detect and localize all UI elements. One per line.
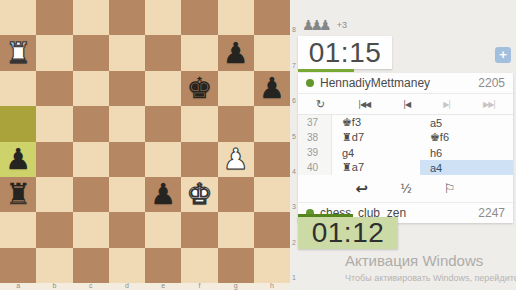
file-label-f: f [181,282,217,290]
square-a5[interactable] [0,106,36,141]
top-player-row[interactable]: HennadiyMettmaney 2205 [298,73,513,94]
black-pawn[interactable]: ♟ [223,39,249,68]
square-h1[interactable] [254,248,290,283]
move-number: 38 [298,130,332,145]
square-g6[interactable] [218,71,254,106]
square-a2[interactable] [0,212,36,247]
draw-offer-icon[interactable]: ½ [400,182,412,196]
side-panel: ♟♟♟ +3 01:15 + HennadiyMettmaney 2205 ↻|… [298,0,516,290]
square-d5[interactable] [109,106,145,141]
square-d3[interactable] [109,177,145,212]
move-white-Kf3[interactable]: ♚f3 [332,115,420,130]
rank-label-3: 3 [290,177,298,212]
black-rook[interactable]: ♜ [5,180,31,209]
square-f3[interactable]: ♚ [181,177,217,212]
white-king[interactable]: ♚ [186,180,212,209]
square-e7[interactable] [145,35,181,70]
file-label-h: h [254,282,290,290]
file-label-c: c [73,282,109,290]
square-f2[interactable] [181,212,217,247]
resign-flag-icon[interactable]: ⚐ [444,181,456,196]
black-king[interactable]: ♚ [186,74,212,103]
square-d4[interactable] [109,142,145,177]
material-advantage: +3 [337,20,347,30]
square-f4[interactable] [181,142,217,177]
add-time-button[interactable]: + [495,47,511,63]
square-a3[interactable]: ♜ [0,177,36,212]
square-b2[interactable] [36,212,72,247]
square-c7[interactable] [73,35,109,70]
flip-board-button[interactable]: ↻ [316,98,325,111]
square-g2[interactable] [218,212,254,247]
file-label-a: a [0,282,36,290]
square-b4[interactable] [36,142,72,177]
square-e4[interactable] [145,142,181,177]
first-move-button[interactable]: |◀◀ [358,100,370,109]
captured-pieces: ♟♟♟ +3 [302,18,347,32]
file-label-e: e [145,282,181,290]
white-pawn[interactable]: ♟ [223,145,249,174]
square-f1[interactable] [181,248,217,283]
square-c5[interactable] [73,106,109,141]
square-f7[interactable] [181,35,217,70]
white-rook[interactable]: ♜ [5,39,31,68]
square-h4[interactable] [254,142,290,177]
square-e6[interactable] [145,71,181,106]
black-pawn[interactable]: ♟ [150,180,176,209]
square-g8[interactable] [218,0,254,35]
black-pawn[interactable]: ♟ [259,74,285,103]
bottom-clock-time: 01:12 [312,217,385,249]
rank-labels: 87654321 [290,0,298,283]
top-player-clock: 01:15 [298,36,392,69]
chess-app: ♜♟♚♟♟♟♜♟♚ abcdefgh 87654321 ♟♟♟ +3 01:15… [0,0,516,290]
square-a4[interactable]: ♟ [0,142,36,177]
move-number: 40 [298,160,332,175]
black-pawn[interactable]: ♟ [5,145,31,174]
takeback-icon[interactable]: ↩ [356,180,369,198]
square-g1[interactable] [218,248,254,283]
captured-pawn-icons: ♟♟♟ [302,18,328,32]
square-c1[interactable] [73,248,109,283]
square-f6[interactable]: ♚ [181,71,217,106]
square-b1[interactable] [36,248,72,283]
prev-move-button[interactable]: |◀ [403,100,410,109]
last-move-button[interactable]: ▶▶| [483,100,495,109]
square-h2[interactable] [254,212,290,247]
move-navigation: ↻|◀◀|◀▶|▶▶| [298,94,513,114]
file-label-b: b [36,282,72,290]
rank-label-7: 7 [290,35,298,70]
move-black-a4[interactable]: a4 [420,160,513,175]
square-e5[interactable] [145,106,181,141]
square-a8[interactable] [0,0,36,35]
square-c8[interactable] [73,0,109,35]
move-black-h6[interactable]: h6 [420,145,513,160]
rank-label-5: 5 [290,106,298,141]
square-d6[interactable] [109,71,145,106]
top-player-rating: 2205 [478,76,505,90]
square-d8[interactable] [109,0,145,35]
windows-activation-watermark: Активация Windows Чтобы активировать Win… [345,252,516,283]
watermark-title: Активация Windows [345,252,516,269]
square-h3[interactable] [254,177,290,212]
move-white-Rd7[interactable]: ♜d7 [332,130,420,145]
square-g5[interactable] [218,106,254,141]
square-d1[interactable] [109,248,145,283]
bottom-player-rating: 2247 [478,206,505,220]
square-e8[interactable] [145,0,181,35]
square-c6[interactable] [73,71,109,106]
watermark-subtitle: Чтобы активировать Windows, перейдите в [345,273,516,283]
move-number: 39 [298,145,332,160]
file-labels: abcdefgh [0,282,290,290]
square-f5[interactable] [181,106,217,141]
square-b7[interactable] [36,35,72,70]
move-black-a5[interactable]: a5 [420,115,513,130]
square-h8[interactable] [254,0,290,35]
square-d7[interactable] [109,35,145,70]
square-g4[interactable]: ♟ [218,142,254,177]
top-clock-progress-fill [298,69,354,72]
square-b6[interactable] [36,71,72,106]
file-label-g: g [218,282,254,290]
move-black-Kf6[interactable]: ♚f6 [420,130,513,145]
rank-label-6: 6 [290,71,298,106]
move-list: 37♚f3a538♜d7♚f639g4h640♜a7a4 [298,114,513,175]
top-clock-progress [298,69,392,72]
square-c3[interactable] [73,177,109,212]
square-b5[interactable] [36,106,72,141]
bottom-player-clock-active: 01:12 [298,217,398,249]
rank-label-4: 4 [290,142,298,177]
square-f8[interactable] [181,0,217,35]
move-white-Ra7[interactable]: ♜a7 [332,160,420,175]
top-player-name: HennadiyMettmaney [320,76,472,90]
square-g3[interactable] [218,177,254,212]
square-b3[interactable] [36,177,72,212]
square-h7[interactable] [254,35,290,70]
rank-label-8: 8 [290,0,298,35]
game-panel-card: HennadiyMettmaney 2205 ↻|◀◀|◀▶|▶▶| 37♚f3… [298,73,513,223]
square-g7[interactable]: ♟ [218,35,254,70]
square-d2[interactable] [109,212,145,247]
game-actions: ↩ ½ ⚐ [298,175,513,202]
online-status-icon [306,79,314,87]
square-c4[interactable] [73,142,109,177]
next-move-button[interactable]: ▶| [443,100,450,109]
square-b8[interactable] [36,0,72,35]
square-a1[interactable] [0,248,36,283]
square-a6[interactable] [0,71,36,106]
square-a7[interactable]: ♜ [0,35,36,70]
file-label-d: d [109,282,145,290]
top-clock-time: 01:15 [309,37,382,69]
square-c2[interactable] [73,212,109,247]
rank-label-2: 2 [290,212,298,247]
square-h5[interactable] [254,106,290,141]
move-white-g4[interactable]: g4 [332,145,420,160]
move-number: 37 [298,115,332,130]
chess-board: ♜♟♚♟♟♟♜♟♚ [0,0,290,283]
square-e1[interactable] [145,248,181,283]
square-e3[interactable]: ♟ [145,177,181,212]
square-h6[interactable]: ♟ [254,71,290,106]
square-e2[interactable] [145,212,181,247]
rank-label-1: 1 [290,248,298,283]
